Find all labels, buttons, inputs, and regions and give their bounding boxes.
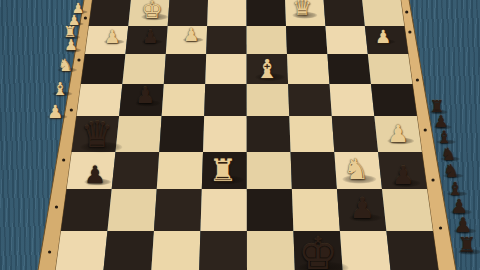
square-a1[interactable] — [361, 0, 404, 26]
square-c7[interactable] — [292, 189, 340, 231]
square-c2[interactable] — [286, 26, 327, 54]
white-king-g1[interactable]: ♚ — [141, 0, 163, 22]
square-g6[interactable] — [112, 152, 160, 189]
square-h4[interactable] — [77, 84, 123, 116]
rail-notch — [408, 30, 411, 33]
rail-notch — [424, 128, 427, 131]
rail-notch — [55, 205, 58, 208]
square-f5[interactable] — [159, 116, 204, 152]
square-e5[interactable] — [203, 116, 247, 152]
white-queen-c1[interactable]: ♛ — [292, 0, 312, 19]
square-c3[interactable] — [287, 54, 330, 84]
rail-notch — [416, 78, 419, 81]
black-pawn-g4[interactable]: ♟ — [135, 85, 155, 107]
rail-notch — [405, 10, 408, 13]
white-knight-b6[interactable]: ♞ — [343, 155, 369, 184]
square-b4[interactable] — [330, 84, 375, 116]
rail-notch — [439, 226, 442, 229]
square-f4[interactable] — [162, 84, 206, 116]
square-e1[interactable] — [207, 0, 246, 26]
square-h1[interactable] — [89, 0, 132, 26]
black-king-c8[interactable]: ♚ — [298, 232, 337, 270]
captured-white-pawn: ♟ — [47, 103, 63, 121]
square-c5[interactable] — [289, 116, 334, 152]
square-d1[interactable] — [247, 0, 286, 26]
black-queen-h5[interactable]: ♛ — [81, 117, 113, 153]
square-d4[interactable] — [247, 84, 290, 116]
white-pawn-h2[interactable]: ♟ — [104, 28, 120, 46]
square-d2[interactable] — [247, 26, 287, 54]
captured-white-pawn: ♟ — [64, 38, 77, 53]
square-f8[interactable] — [151, 231, 201, 270]
square-b5[interactable] — [332, 116, 378, 152]
square-d8[interactable] — [247, 231, 295, 270]
square-a3[interactable] — [368, 54, 413, 84]
black-pawn-g2[interactable]: ♟ — [142, 28, 158, 46]
captured-white-knight: ♞ — [57, 57, 72, 74]
square-a4[interactable] — [371, 84, 417, 116]
square-f6[interactable] — [157, 152, 203, 189]
square-e2[interactable] — [206, 26, 246, 54]
white-rook-e6[interactable]: ♜ — [209, 155, 237, 186]
square-g7[interactable] — [107, 189, 156, 231]
square-f7[interactable] — [154, 189, 202, 231]
white-pawn-a5[interactable]: ♟ — [387, 122, 409, 146]
captured-black-rook: ♜ — [458, 235, 477, 256]
square-a7[interactable] — [382, 189, 433, 231]
square-d7[interactable] — [247, 189, 294, 231]
black-pawn-b7[interactable]: ♟ — [349, 195, 374, 223]
square-f3[interactable] — [164, 54, 206, 84]
white-bishop-d3[interactable]: ♝ — [255, 56, 278, 82]
square-e7[interactable] — [200, 189, 246, 231]
square-e3[interactable] — [205, 54, 246, 84]
black-pawn-a6[interactable]: ♟ — [392, 163, 414, 188]
captured-black-pawn: ♟ — [454, 215, 472, 235]
square-h8[interactable] — [54, 231, 107, 270]
square-a8[interactable] — [386, 231, 440, 270]
rail-notch — [84, 16, 87, 19]
white-pawn-f2[interactable]: ♟ — [183, 26, 199, 44]
square-b3[interactable] — [327, 54, 371, 84]
square-e4[interactable] — [204, 84, 247, 116]
rail-notch — [70, 108, 73, 111]
white-pawn-a2[interactable]: ♟ — [375, 28, 391, 46]
square-g5[interactable] — [115, 116, 161, 152]
square-c4[interactable] — [288, 84, 332, 116]
square-b2[interactable] — [325, 26, 367, 54]
square-b1[interactable] — [323, 0, 365, 26]
square-d6[interactable] — [247, 152, 292, 189]
square-h7[interactable] — [61, 189, 112, 231]
chess-scene: ♛♚♟♟♟♟♝♟♟♛♞♜♟♟♟♚♟♟♜♟♞♝♟♜♟♝♞♞♝♟♟♜ — [0, 0, 480, 270]
captured-white-bishop: ♝ — [52, 80, 68, 98]
rail-notch — [77, 58, 80, 61]
rail-notch — [48, 250, 51, 253]
square-e8[interactable] — [199, 231, 247, 270]
square-b8[interactable] — [340, 231, 392, 270]
square-h3[interactable] — [81, 54, 125, 84]
square-g3[interactable] — [122, 54, 165, 84]
rail-notch — [62, 158, 65, 161]
square-f1[interactable] — [168, 0, 209, 26]
rail-notch — [431, 178, 434, 181]
black-pawn-h6[interactable]: ♟ — [84, 163, 106, 187]
square-g8[interactable] — [102, 231, 154, 270]
square-c6[interactable] — [291, 152, 337, 189]
square-d5[interactable] — [247, 116, 291, 152]
